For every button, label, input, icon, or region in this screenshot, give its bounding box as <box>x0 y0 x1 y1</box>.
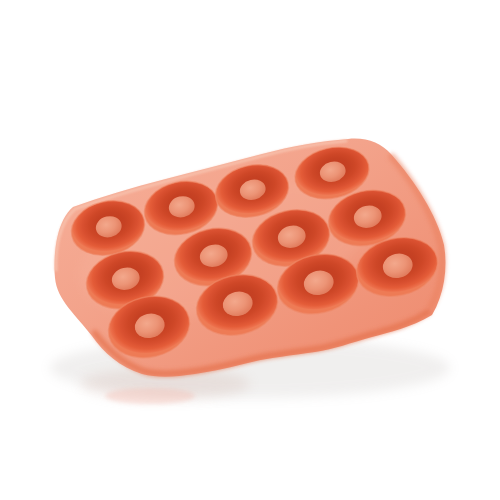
product-photo: Orange 12-cavity silicone donut baking m… <box>0 0 500 500</box>
donut-mold-image <box>0 0 500 500</box>
